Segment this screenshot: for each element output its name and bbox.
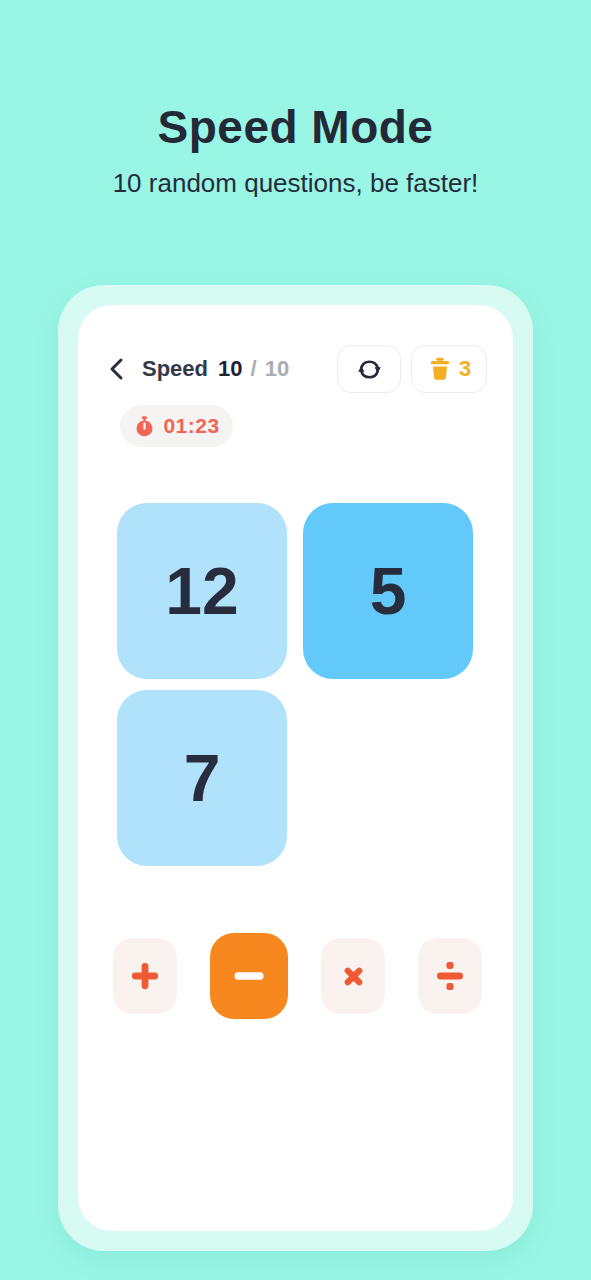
page-subtitle: 10 random questions, be faster! [0,168,591,199]
phone-frame: Speed 10 / 10 [58,285,533,1251]
plus-icon [128,959,162,993]
timer-badge: 01:23 [120,405,233,447]
add-button[interactable] [113,938,177,1014]
refresh-sync-icon [356,356,383,383]
header-buttons: 3 [337,345,487,393]
divide-icon [433,959,467,993]
trash-count: 3 [459,356,471,382]
multiply-button[interactable] [321,938,385,1014]
page-title: Speed Mode [0,100,591,155]
refresh-button[interactable] [337,345,401,393]
game-header: Speed 10 / 10 [104,345,487,393]
number-tiles-grid: 12 5 7 [117,503,473,866]
mode-label: Speed [142,356,208,382]
subtract-button[interactable] [210,933,288,1019]
operator-row [113,933,487,1019]
stopwatch-icon [133,415,156,438]
question-separator: / [251,356,257,382]
question-current: 10 [218,356,242,382]
timer-value: 01:23 [163,414,219,438]
back-button[interactable] [104,356,130,382]
number-tile-5[interactable]: 5 [303,503,473,679]
question-total: 10 [265,356,289,382]
chevron-left-icon [106,356,128,382]
speed-mode-screen: { "game": "arithmetic-speed-quiz (tap tw… [0,0,591,1280]
times-icon [338,961,369,992]
number-tile-7[interactable]: 7 [117,690,287,866]
minus-icon [230,957,268,995]
divide-button[interactable] [418,938,482,1014]
trash-icon [427,356,453,382]
hero: Speed Mode 10 random questions, be faste… [0,100,591,199]
trash-button[interactable]: 3 [411,345,487,393]
number-tile-12[interactable]: 12 [117,503,287,679]
game-card: Speed 10 / 10 [78,305,513,1231]
